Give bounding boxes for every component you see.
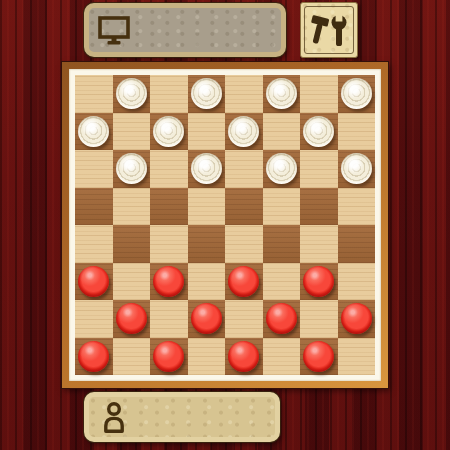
checker-piece-white[interactable] xyxy=(191,78,222,109)
board-square xyxy=(225,75,263,113)
board-square xyxy=(113,338,151,376)
board-inner-border xyxy=(69,69,381,381)
board-square[interactable] xyxy=(150,263,188,301)
board-square[interactable] xyxy=(300,263,338,301)
checker-piece-red[interactable] xyxy=(266,303,297,334)
computer-player-panel[interactable] xyxy=(84,3,286,57)
checker-piece-red[interactable] xyxy=(303,341,334,372)
hammer-wrench-icon xyxy=(310,12,348,49)
board-square[interactable] xyxy=(300,113,338,151)
board-square[interactable] xyxy=(263,225,301,263)
checker-piece-red[interactable] xyxy=(153,341,184,372)
board-square[interactable] xyxy=(113,75,151,113)
checker-piece-white[interactable] xyxy=(266,153,297,184)
checker-piece-white[interactable] xyxy=(303,116,334,147)
human-player-panel[interactable] xyxy=(84,392,280,442)
board-square xyxy=(188,113,226,151)
board-square[interactable] xyxy=(338,225,376,263)
board-square xyxy=(150,150,188,188)
board-square[interactable] xyxy=(188,150,226,188)
board-square xyxy=(75,300,113,338)
board-square[interactable] xyxy=(150,188,188,226)
checker-piece-red[interactable] xyxy=(303,266,334,297)
board-square xyxy=(263,188,301,226)
board-square xyxy=(188,263,226,301)
checker-piece-red[interactable] xyxy=(228,266,259,297)
board-square xyxy=(338,263,376,301)
board-square[interactable] xyxy=(338,75,376,113)
board-square[interactable] xyxy=(113,300,151,338)
board-square[interactable] xyxy=(263,75,301,113)
board-square[interactable] xyxy=(263,300,301,338)
checker-piece-red[interactable] xyxy=(191,303,222,334)
board-square[interactable] xyxy=(188,225,226,263)
board-square xyxy=(75,150,113,188)
checker-piece-white[interactable] xyxy=(116,78,147,109)
board-square[interactable] xyxy=(188,75,226,113)
board-square xyxy=(113,188,151,226)
board-square xyxy=(113,263,151,301)
checker-piece-white[interactable] xyxy=(266,78,297,109)
board-square xyxy=(225,150,263,188)
checkers-board-grid[interactable] xyxy=(75,75,375,375)
checker-piece-white[interactable] xyxy=(228,116,259,147)
checker-piece-white[interactable] xyxy=(191,153,222,184)
board-square[interactable] xyxy=(150,113,188,151)
board-square[interactable] xyxy=(75,113,113,151)
board-square[interactable] xyxy=(338,300,376,338)
board-square xyxy=(225,300,263,338)
checker-piece-red[interactable] xyxy=(116,303,147,334)
board-square xyxy=(300,300,338,338)
checker-piece-white[interactable] xyxy=(153,116,184,147)
board-square[interactable] xyxy=(225,188,263,226)
board-square xyxy=(188,338,226,376)
board-square[interactable] xyxy=(225,263,263,301)
checker-piece-red[interactable] xyxy=(341,303,372,334)
board-square[interactable] xyxy=(263,150,301,188)
board-square xyxy=(263,263,301,301)
checker-piece-white[interactable] xyxy=(78,116,109,147)
board-square xyxy=(150,75,188,113)
board-square[interactable] xyxy=(113,225,151,263)
board-square[interactable] xyxy=(338,150,376,188)
board-square xyxy=(300,225,338,263)
board-square[interactable] xyxy=(150,338,188,376)
board-square xyxy=(75,75,113,113)
checker-piece-white[interactable] xyxy=(341,153,372,184)
board-square[interactable] xyxy=(75,188,113,226)
board-square[interactable] xyxy=(188,300,226,338)
board-square[interactable] xyxy=(225,113,263,151)
board-frame xyxy=(62,62,388,388)
checker-piece-white[interactable] xyxy=(116,153,147,184)
checker-piece-red[interactable] xyxy=(228,341,259,372)
person-icon xyxy=(101,401,127,433)
board-square xyxy=(150,225,188,263)
board-square xyxy=(300,150,338,188)
board-square[interactable] xyxy=(300,338,338,376)
checker-piece-red[interactable] xyxy=(153,266,184,297)
settings-button[interactable] xyxy=(300,2,358,58)
board-square[interactable] xyxy=(113,150,151,188)
board-square[interactable] xyxy=(225,338,263,376)
board-square xyxy=(338,338,376,376)
board-square xyxy=(75,225,113,263)
checker-piece-red[interactable] xyxy=(78,266,109,297)
monitor-icon xyxy=(97,15,131,45)
board-square[interactable] xyxy=(75,338,113,376)
board-square xyxy=(263,338,301,376)
checker-piece-white[interactable] xyxy=(341,78,372,109)
board-square xyxy=(338,113,376,151)
board-square[interactable] xyxy=(75,263,113,301)
board-square[interactable] xyxy=(300,188,338,226)
board-square xyxy=(113,113,151,151)
board-square xyxy=(188,188,226,226)
board-square xyxy=(338,188,376,226)
board-square xyxy=(150,300,188,338)
board-square xyxy=(225,225,263,263)
checker-piece-red[interactable] xyxy=(78,341,109,372)
board-square xyxy=(263,113,301,151)
app-background xyxy=(0,0,450,450)
board-square xyxy=(300,75,338,113)
